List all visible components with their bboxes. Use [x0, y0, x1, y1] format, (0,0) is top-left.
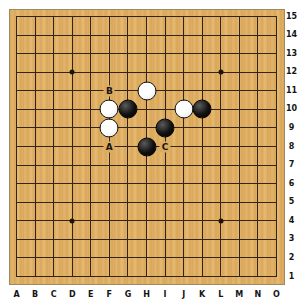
go-board[interactable]: BAC: [9, 9, 285, 285]
stone-black-K10: [193, 100, 212, 119]
col-label-K: K: [193, 290, 211, 299]
go-board-diagram: BAC ABCDEFGHIJKLMNO123456789101112131415: [0, 0, 300, 301]
point-label-C[interactable]: C: [160, 141, 171, 152]
row-label-6: 6: [284, 180, 299, 188]
row-label-8: 8: [284, 143, 299, 151]
star-point-L4: [218, 218, 223, 223]
col-label-J: J: [175, 290, 193, 299]
col-label-I: I: [156, 290, 174, 299]
row-label-9: 9: [284, 124, 299, 132]
col-label-H: H: [138, 290, 156, 299]
row-label-14: 14: [284, 31, 299, 39]
row-label-13: 13: [284, 50, 299, 58]
row-label-3: 3: [284, 235, 299, 243]
stone-white-J10: [174, 100, 193, 119]
stone-white-H11: [137, 81, 156, 100]
star-point-L12: [218, 70, 223, 75]
col-label-F: F: [100, 290, 118, 299]
point-label-A[interactable]: A: [104, 141, 115, 152]
col-label-O: O: [268, 290, 286, 299]
col-label-D: D: [63, 290, 81, 299]
row-label-12: 12: [284, 68, 299, 76]
row-label-15: 15: [284, 13, 299, 21]
point-label-B[interactable]: B: [104, 85, 115, 96]
col-label-M: M: [230, 290, 248, 299]
row-label-7: 7: [284, 161, 299, 169]
col-label-B: B: [26, 290, 44, 299]
row-label-4: 4: [284, 217, 299, 225]
col-label-C: C: [45, 290, 63, 299]
stone-black-H8: [137, 137, 156, 156]
col-label-A: A: [8, 290, 26, 299]
star-point-D12: [70, 70, 75, 75]
col-label-L: L: [212, 290, 230, 299]
stone-black-G10: [118, 100, 137, 119]
row-label-11: 11: [284, 87, 299, 95]
row-label-10: 10: [284, 105, 299, 113]
stone-white-F10: [100, 100, 119, 119]
star-point-D4: [70, 218, 75, 223]
row-label-1: 1: [284, 273, 299, 281]
row-label-2: 2: [284, 254, 299, 262]
col-label-E: E: [82, 290, 100, 299]
col-label-N: N: [249, 290, 267, 299]
board-grid: BAC: [16, 16, 277, 277]
col-label-G: G: [119, 290, 137, 299]
stone-white-F9: [100, 118, 119, 137]
stone-black-I9: [156, 118, 175, 137]
row-label-5: 5: [284, 198, 299, 206]
